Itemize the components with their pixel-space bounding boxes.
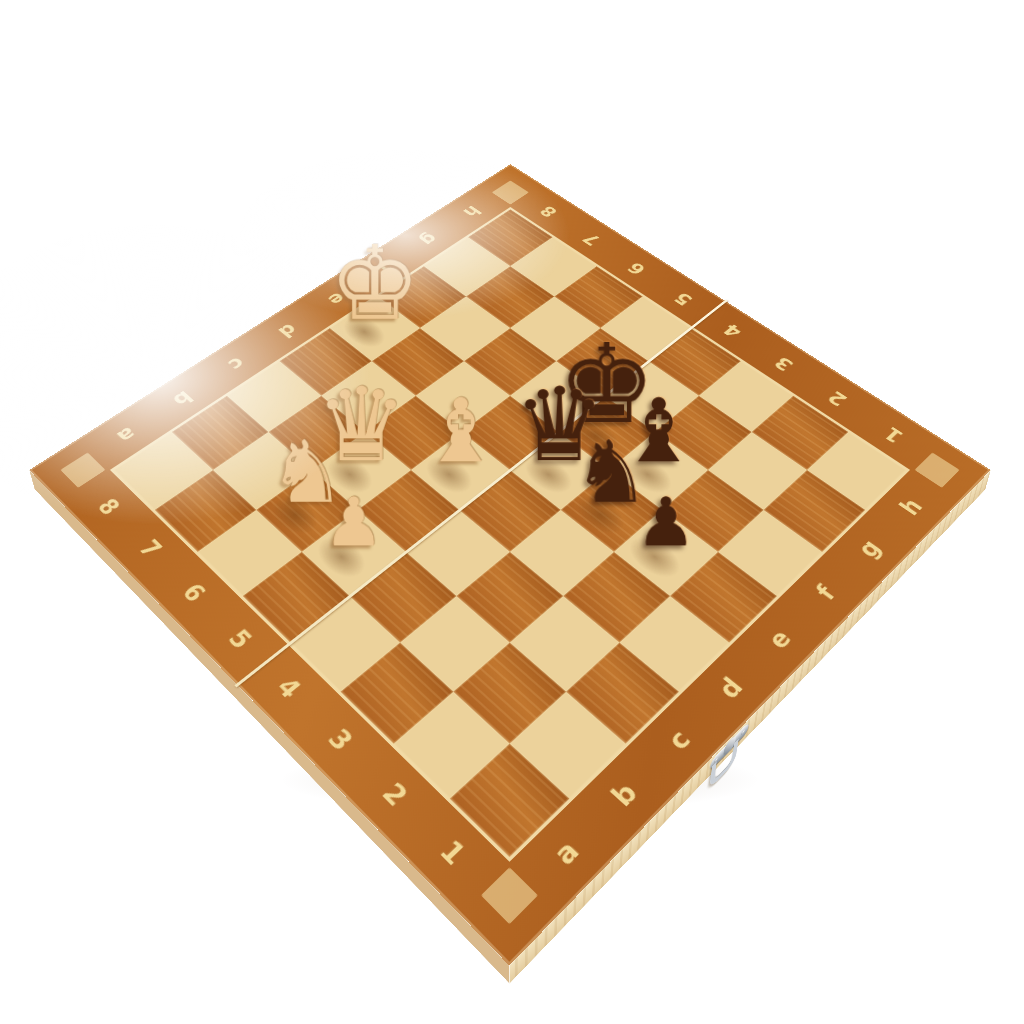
clasp-latch xyxy=(704,717,753,794)
file-label-d-upper-left: d xyxy=(275,321,301,340)
file-label-a-upper-left: a xyxy=(113,424,140,445)
border-corner-inlay xyxy=(492,180,529,204)
chess-board: aabbccddeeffgghh1122334455667788♚♛♞♝♟♚♛♝… xyxy=(29,164,991,965)
play-area xyxy=(114,209,906,857)
file-label-c-upper-left: c xyxy=(224,354,248,373)
rank-label-5-upper-right: 5 xyxy=(671,290,696,308)
rank-label-8-upper-right: 8 xyxy=(537,203,561,219)
rank-label-2-upper-right: 2 xyxy=(824,388,851,409)
rank-label-4-lower-left: 4 xyxy=(272,674,305,703)
rank-label-2-lower-left: 2 xyxy=(377,778,412,811)
scene: aabbccddeeffgghh1122334455667788♚♛♞♝♟♚♛♝… xyxy=(0,0,1024,1024)
file-label-c-lower-right: c xyxy=(663,725,695,754)
rank-label-3-lower-left: 3 xyxy=(323,724,357,755)
file-label-d-lower-right: d xyxy=(714,673,748,703)
file-label-g-lower-right: g xyxy=(854,536,885,561)
pawn-glyph: ♟ xyxy=(636,489,696,556)
border-corner-inlay xyxy=(914,452,959,488)
file-label-h-upper-left: h xyxy=(460,203,484,219)
rank-label-1-upper-right: 1 xyxy=(880,424,907,446)
file-label-e-lower-right: e xyxy=(763,626,795,653)
file-label-a-lower-right: a xyxy=(549,836,584,870)
rank-label-4-upper-right: 4 xyxy=(720,321,746,340)
file-label-b-upper-left: b xyxy=(169,388,196,409)
rank-label-1-lower-left: 1 xyxy=(435,835,471,870)
rank-label-8-lower-left: 8 xyxy=(93,495,123,519)
king-glyph: ♚ xyxy=(329,232,420,334)
file-label-b-lower-right: b xyxy=(607,778,642,811)
border-corner-inlay xyxy=(60,452,105,488)
pawn-glyph: ♟ xyxy=(324,489,384,556)
file-label-f-lower-right: f xyxy=(812,582,840,604)
rank-label-3-upper-right: 3 xyxy=(771,354,797,374)
rank-label-7-upper-right: 7 xyxy=(580,231,604,248)
border-corner-inlay xyxy=(481,867,538,924)
rank-label-7-lower-left: 7 xyxy=(134,536,165,561)
rank-label-6-upper-right: 6 xyxy=(624,260,649,277)
product-photo: aabbccddeeffgghh1122334455667788♚♛♞♝♟♚♛♝… xyxy=(0,0,1024,1024)
bishop-glyph: ♝ xyxy=(421,387,500,475)
rank-label-6-lower-left: 6 xyxy=(178,580,210,606)
rank-label-5-lower-left: 5 xyxy=(224,625,257,653)
file-label-h-lower-right: h xyxy=(896,495,927,519)
